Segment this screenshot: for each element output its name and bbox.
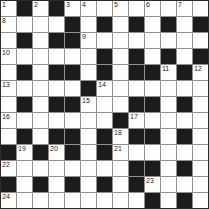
white-cell[interactable] <box>97 97 112 112</box>
black-cell <box>161 49 176 64</box>
clue-number: 23 <box>146 177 154 185</box>
white-cell[interactable] <box>193 97 208 112</box>
black-cell <box>81 81 96 96</box>
white-cell[interactable] <box>49 49 64 64</box>
white-cell[interactable] <box>161 193 176 208</box>
white-cell[interactable] <box>145 113 160 128</box>
white-cell[interactable] <box>161 1 176 16</box>
black-cell <box>1 177 16 192</box>
black-cell <box>33 145 48 160</box>
white-cell[interactable]: 15 <box>81 97 96 112</box>
clue-number: 3 <box>66 1 70 9</box>
white-cell[interactable] <box>193 145 208 160</box>
clue-number: 17 <box>130 113 138 121</box>
clue-number: 1 <box>2 1 6 9</box>
black-cell <box>97 17 112 32</box>
black-cell <box>17 65 32 80</box>
white-cell[interactable] <box>81 17 96 32</box>
white-cell[interactable] <box>17 49 32 64</box>
white-cell[interactable]: 21 <box>113 145 128 160</box>
black-cell <box>145 129 160 144</box>
white-cell[interactable] <box>113 49 128 64</box>
white-cell[interactable] <box>49 161 64 176</box>
white-cell[interactable] <box>177 49 192 64</box>
white-cell[interactable] <box>81 161 96 176</box>
white-cell[interactable] <box>113 161 128 176</box>
white-cell[interactable] <box>49 81 64 96</box>
white-cell[interactable] <box>177 33 192 48</box>
black-cell <box>113 113 128 128</box>
clue-number: 13 <box>2 81 10 89</box>
clue-number: 24 <box>2 193 10 201</box>
clue-number: 22 <box>2 161 10 169</box>
white-cell[interactable]: 8 <box>1 17 16 32</box>
black-cell <box>49 33 64 48</box>
white-cell[interactable] <box>177 145 192 160</box>
black-cell <box>129 97 144 112</box>
white-cell[interactable] <box>65 113 80 128</box>
white-cell[interactable] <box>97 161 112 176</box>
clue-number: 10 <box>2 49 10 57</box>
white-cell[interactable] <box>49 113 64 128</box>
white-cell[interactable] <box>81 193 96 208</box>
black-cell <box>65 129 80 144</box>
white-cell[interactable] <box>129 1 144 16</box>
clue-number: 7 <box>178 1 182 9</box>
clue-number: 18 <box>114 129 122 137</box>
white-cell[interactable]: 22 <box>1 161 16 176</box>
white-cell[interactable] <box>161 129 176 144</box>
white-cell[interactable] <box>49 177 64 192</box>
white-cell[interactable]: 17 <box>129 113 144 128</box>
white-cell[interactable] <box>177 81 192 96</box>
white-cell[interactable]: 20 <box>49 145 64 160</box>
black-cell <box>177 97 192 112</box>
white-cell[interactable] <box>17 17 32 32</box>
white-cell[interactable] <box>161 145 176 160</box>
black-cell <box>129 17 144 32</box>
white-cell[interactable] <box>33 161 48 176</box>
white-cell[interactable] <box>97 1 112 16</box>
black-cell <box>97 177 112 192</box>
black-cell <box>17 129 32 144</box>
black-cell <box>145 65 160 80</box>
black-cell <box>33 177 48 192</box>
black-cell <box>97 129 112 144</box>
white-cell[interactable] <box>97 193 112 208</box>
white-cell[interactable] <box>129 193 144 208</box>
crossword-grid: 123456789101112131415161718192021222324 <box>0 0 209 209</box>
white-cell[interactable]: 2 <box>33 1 48 16</box>
white-cell[interactable] <box>17 177 32 192</box>
white-cell[interactable] <box>17 161 32 176</box>
black-cell <box>145 193 160 208</box>
white-cell[interactable] <box>113 65 128 80</box>
white-cell[interactable]: 19 <box>17 145 32 160</box>
white-cell[interactable]: 13 <box>1 81 16 96</box>
black-cell <box>177 129 192 144</box>
white-cell[interactable] <box>193 193 208 208</box>
white-cell[interactable] <box>65 81 80 96</box>
black-cell <box>97 49 112 64</box>
white-cell[interactable] <box>113 193 128 208</box>
black-cell <box>145 97 160 112</box>
white-cell[interactable] <box>33 17 48 32</box>
clue-number: 9 <box>82 33 86 41</box>
white-cell[interactable] <box>193 129 208 144</box>
white-cell[interactable] <box>193 1 208 16</box>
black-cell <box>17 97 32 112</box>
white-cell[interactable] <box>1 65 16 80</box>
white-cell[interactable]: 4 <box>81 1 96 16</box>
white-cell[interactable] <box>129 33 144 48</box>
white-cell[interactable]: 16 <box>1 113 16 128</box>
black-cell <box>193 17 208 32</box>
black-cell <box>129 161 144 176</box>
black-cell <box>97 65 112 80</box>
white-cell[interactable] <box>113 81 128 96</box>
clue-number: 15 <box>82 97 90 105</box>
black-cell <box>17 1 32 16</box>
white-cell[interactable] <box>129 81 144 96</box>
clue-number: 14 <box>98 81 106 89</box>
white-cell[interactable] <box>17 81 32 96</box>
white-cell[interactable]: 5 <box>113 1 128 16</box>
white-cell[interactable] <box>81 113 96 128</box>
white-cell[interactable] <box>1 33 16 48</box>
white-cell[interactable] <box>145 17 160 32</box>
black-cell <box>65 145 80 160</box>
white-cell[interactable] <box>193 33 208 48</box>
white-cell[interactable] <box>177 17 192 32</box>
white-cell[interactable] <box>177 113 192 128</box>
white-cell[interactable] <box>33 33 48 48</box>
black-cell <box>129 129 144 144</box>
clue-number: 12 <box>194 65 202 73</box>
black-cell <box>65 97 80 112</box>
black-cell <box>65 177 80 192</box>
white-cell[interactable] <box>49 17 64 32</box>
white-cell[interactable] <box>145 49 160 64</box>
white-cell[interactable] <box>129 145 144 160</box>
white-cell[interactable] <box>193 81 208 96</box>
black-cell <box>145 161 160 176</box>
white-cell[interactable] <box>33 97 48 112</box>
white-cell[interactable] <box>113 33 128 48</box>
clue-number: 4 <box>82 1 86 9</box>
white-cell[interactable] <box>193 177 208 192</box>
white-cell[interactable] <box>161 113 176 128</box>
clue-number: 11 <box>162 65 169 73</box>
clue-number: 16 <box>2 113 10 121</box>
white-cell[interactable] <box>97 113 112 128</box>
clue-number: 2 <box>34 1 38 9</box>
white-cell[interactable] <box>33 81 48 96</box>
white-cell[interactable] <box>113 97 128 112</box>
white-cell[interactable]: 18 <box>113 129 128 144</box>
white-cell[interactable] <box>1 129 16 144</box>
clue-number: 5 <box>114 1 118 9</box>
white-cell[interactable] <box>33 65 48 80</box>
black-cell <box>65 65 80 80</box>
white-cell[interactable] <box>17 113 32 128</box>
black-cell <box>1 145 16 160</box>
black-cell <box>177 193 192 208</box>
white-cell[interactable] <box>65 161 80 176</box>
white-cell[interactable] <box>81 49 96 64</box>
black-cell <box>129 49 144 64</box>
white-cell[interactable] <box>81 145 96 160</box>
black-cell <box>49 97 64 112</box>
black-cell <box>177 65 192 80</box>
white-cell[interactable] <box>1 97 16 112</box>
white-cell[interactable] <box>97 33 112 48</box>
black-cell <box>129 65 144 80</box>
white-cell[interactable] <box>161 177 176 192</box>
clue-number: 8 <box>2 17 6 25</box>
black-cell <box>17 33 32 48</box>
white-cell[interactable]: 9 <box>81 33 96 48</box>
white-cell[interactable]: 14 <box>97 81 112 96</box>
black-cell <box>49 1 64 16</box>
white-cell[interactable] <box>33 129 48 144</box>
white-cell[interactable] <box>33 49 48 64</box>
white-cell[interactable]: 12 <box>193 65 208 80</box>
white-cell[interactable] <box>193 113 208 128</box>
white-cell[interactable] <box>49 193 64 208</box>
white-cell[interactable] <box>65 193 80 208</box>
black-cell <box>49 129 64 144</box>
black-cell <box>65 17 80 32</box>
white-cell[interactable] <box>193 161 208 176</box>
white-cell[interactable]: 11 <box>161 65 176 80</box>
white-cell[interactable] <box>81 177 96 192</box>
white-cell[interactable] <box>81 129 96 144</box>
black-cell <box>193 49 208 64</box>
clue-number: 19 <box>18 145 26 153</box>
clue-number: 6 <box>146 1 150 9</box>
white-cell[interactable] <box>161 97 176 112</box>
white-cell[interactable]: 7 <box>177 1 192 16</box>
black-cell <box>49 65 64 80</box>
black-cell <box>177 161 192 176</box>
black-cell <box>129 177 144 192</box>
white-cell[interactable] <box>145 81 160 96</box>
white-cell[interactable] <box>177 177 192 192</box>
clue-number: 20 <box>50 145 58 153</box>
white-cell[interactable]: 6 <box>145 1 160 16</box>
black-cell <box>161 17 176 32</box>
white-cell[interactable]: 1 <box>1 1 16 16</box>
white-cell[interactable] <box>33 113 48 128</box>
white-cell[interactable] <box>113 177 128 192</box>
white-cell[interactable] <box>145 145 160 160</box>
white-cell[interactable]: 3 <box>65 1 80 16</box>
white-cell[interactable] <box>81 65 96 80</box>
clue-number: 21 <box>114 145 122 153</box>
white-cell[interactable] <box>145 33 160 48</box>
white-cell[interactable]: 24 <box>1 193 16 208</box>
white-cell[interactable] <box>17 193 32 208</box>
white-cell[interactable] <box>33 193 48 208</box>
black-cell <box>65 33 80 48</box>
white-cell[interactable] <box>161 33 176 48</box>
white-cell[interactable] <box>65 49 80 64</box>
white-cell[interactable]: 10 <box>1 49 16 64</box>
white-cell[interactable]: 23 <box>145 177 160 192</box>
black-cell <box>97 145 112 160</box>
white-cell[interactable] <box>161 81 176 96</box>
white-cell[interactable] <box>113 17 128 32</box>
white-cell[interactable] <box>161 161 176 176</box>
